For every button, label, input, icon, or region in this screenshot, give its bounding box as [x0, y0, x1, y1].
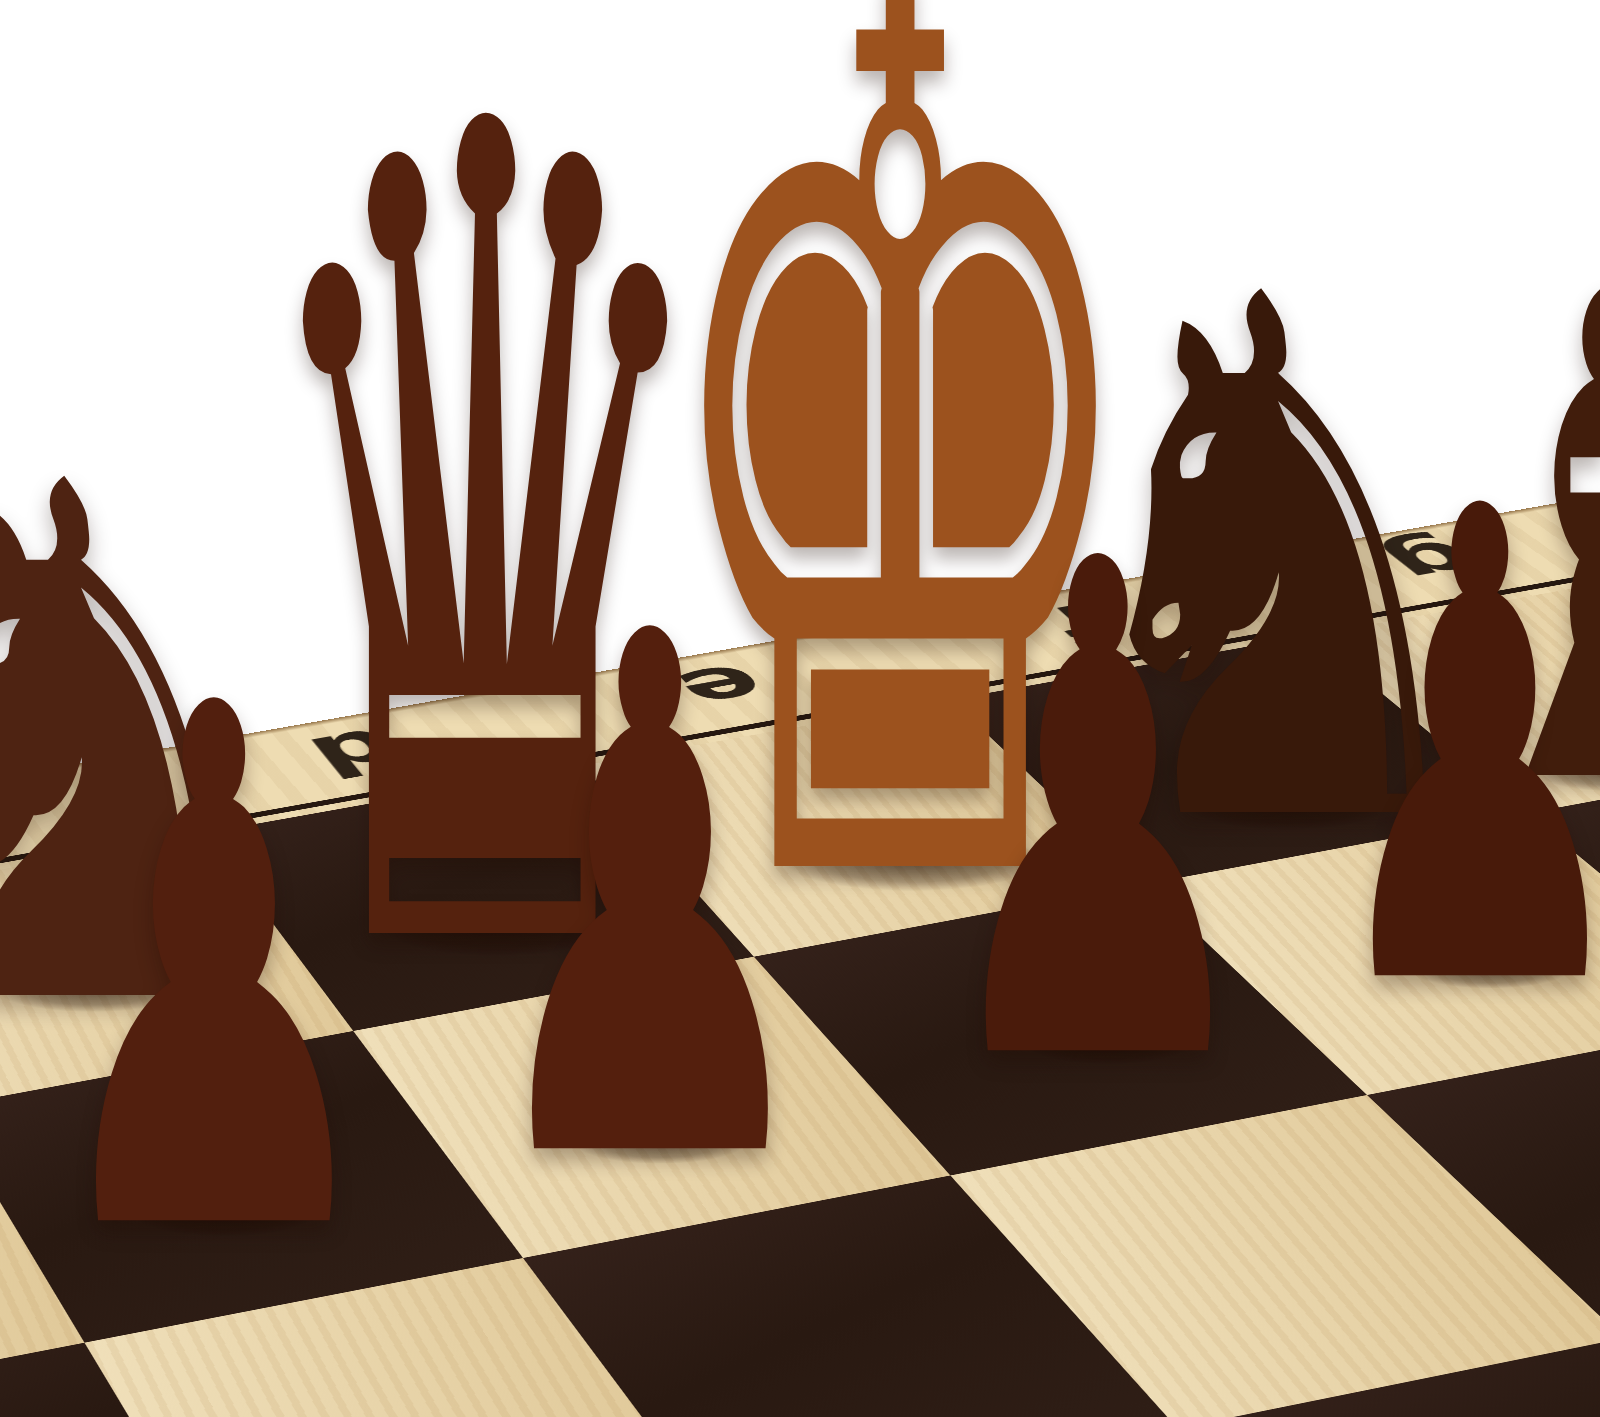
- file-label-g: g: [1367, 531, 1501, 591]
- file-label-c: c: [0, 786, 32, 852]
- file-label-f: f: [1033, 595, 1134, 652]
- chess-board: abcdefgh: [0, 327, 1600, 1417]
- file-label-e: e: [663, 656, 785, 719]
- file-label-d: d: [296, 719, 417, 785]
- photo-canvas: { "game": "chess", "scene": { "type": "p…: [0, 0, 1600, 1417]
- chess-photo-scene: abcdefgh ♞♛♚♞♝♟♟♟♟: [0, 0, 1600, 1417]
